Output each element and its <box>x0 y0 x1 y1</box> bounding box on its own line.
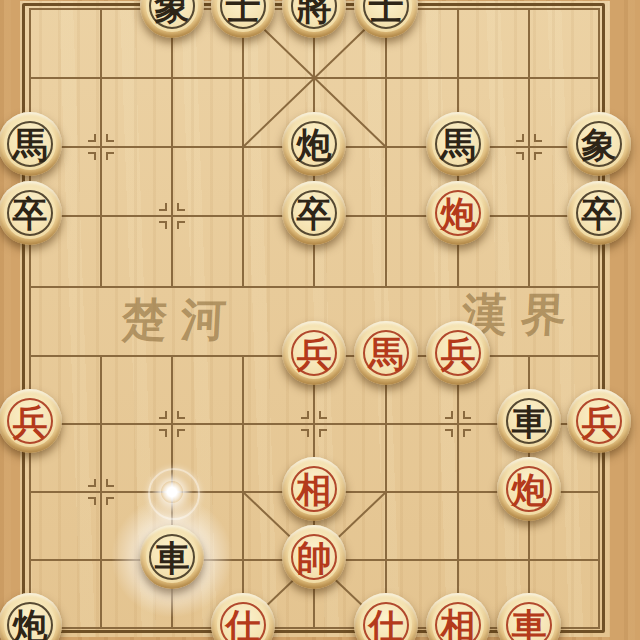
piece-red-cannon[interactable]: 炮 <box>426 181 490 245</box>
star-point-marker <box>106 479 114 487</box>
piece-glyph: 車 <box>497 593 561 640</box>
piece-red-soldier[interactable]: 兵 <box>0 389 62 453</box>
piece-red-cannon[interactable]: 炮 <box>497 457 561 521</box>
star-point-marker <box>88 134 96 142</box>
grid-vline <box>385 9 387 287</box>
star-point-marker <box>106 497 114 505</box>
piece-black-cannon[interactable]: 炮 <box>282 112 346 176</box>
river-label-left: 楚河 <box>121 297 241 342</box>
star-point-marker <box>177 221 185 229</box>
star-point-marker <box>177 429 185 437</box>
piece-glyph: 車 <box>497 389 561 453</box>
piece-black-soldier[interactable]: 卒 <box>0 181 62 245</box>
piece-glyph: 士 <box>354 0 418 38</box>
piece-glyph: 將 <box>282 0 346 38</box>
piece-black-soldier[interactable]: 卒 <box>567 181 631 245</box>
star-point-marker <box>445 411 453 419</box>
piece-black-chariot[interactable]: 車 <box>497 389 561 453</box>
grid-vline <box>457 356 459 628</box>
star-point-marker <box>534 134 542 142</box>
piece-glyph: 炮 <box>282 112 346 176</box>
piece-glyph: 馬 <box>354 321 418 385</box>
star-point-marker <box>516 134 524 142</box>
piece-red-soldier[interactable]: 兵 <box>426 321 490 385</box>
piece-glyph: 相 <box>426 593 490 640</box>
star-point-marker <box>88 479 96 487</box>
piece-glyph: 兵 <box>282 321 346 385</box>
piece-glyph: 炮 <box>497 457 561 521</box>
piece-black-horse[interactable]: 馬 <box>0 112 62 176</box>
star-point-marker <box>159 411 167 419</box>
piece-glyph: 炮 <box>426 181 490 245</box>
star-point-marker <box>516 152 524 160</box>
piece-red-advisor[interactable]: 仕 <box>354 593 418 640</box>
piece-glyph: 馬 <box>0 112 62 176</box>
piece-black-advisor[interactable]: 士 <box>211 0 275 38</box>
piece-red-chariot[interactable]: 車 <box>497 593 561 640</box>
star-point-marker <box>159 429 167 437</box>
star-point-marker <box>301 429 309 437</box>
piece-glyph: 象 <box>567 112 631 176</box>
star-point-marker <box>106 134 114 142</box>
star-point-marker <box>177 411 185 419</box>
sparkle-part <box>161 481 183 503</box>
star-point-marker <box>445 429 453 437</box>
piece-black-cannon[interactable]: 炮 <box>0 593 62 640</box>
piece-red-general[interactable]: 帥 <box>282 525 346 589</box>
grid-vline <box>528 9 530 287</box>
piece-glyph: 兵 <box>567 389 631 453</box>
piece-glyph: 相 <box>282 457 346 521</box>
piece-black-elephant[interactable]: 象 <box>567 112 631 176</box>
grid-vline <box>598 9 600 628</box>
star-point-marker <box>88 152 96 160</box>
star-point-marker <box>301 411 309 419</box>
piece-black-advisor[interactable]: 士 <box>354 0 418 38</box>
star-point-marker <box>319 429 327 437</box>
star-point-marker <box>463 429 471 437</box>
grid-vline <box>29 9 31 628</box>
piece-glyph: 卒 <box>0 181 62 245</box>
piece-glyph: 兵 <box>0 389 62 453</box>
star-point-marker <box>463 411 471 419</box>
piece-red-advisor[interactable]: 仕 <box>211 593 275 640</box>
piece-black-chariot[interactable]: 車 <box>140 525 204 589</box>
piece-black-soldier[interactable]: 卒 <box>282 181 346 245</box>
piece-red-elephant[interactable]: 相 <box>282 457 346 521</box>
grid-vline <box>100 9 102 287</box>
star-point-marker <box>106 152 114 160</box>
star-point-marker <box>177 203 185 211</box>
grid-vline <box>171 9 173 287</box>
piece-red-horse[interactable]: 馬 <box>354 321 418 385</box>
piece-glyph: 仕 <box>354 593 418 640</box>
xiangqi-board[interactable]: 楚河 漢界 象士將士馬炮馬象卒卒炮卒兵馬兵兵車兵相炮車帥炮仕仕相車 <box>0 0 640 640</box>
star-point-marker <box>319 411 327 419</box>
piece-glyph: 炮 <box>0 593 62 640</box>
piece-glyph: 兵 <box>426 321 490 385</box>
piece-glyph: 馬 <box>426 112 490 176</box>
star-point-marker <box>159 221 167 229</box>
piece-glyph: 士 <box>211 0 275 38</box>
piece-glyph: 卒 <box>282 181 346 245</box>
piece-glyph: 仕 <box>211 593 275 640</box>
star-point-marker <box>534 152 542 160</box>
piece-glyph: 帥 <box>282 525 346 589</box>
piece-black-horse[interactable]: 馬 <box>426 112 490 176</box>
grid-vline <box>100 356 102 628</box>
star-point-marker <box>159 203 167 211</box>
piece-black-general[interactable]: 將 <box>282 0 346 38</box>
piece-glyph: 車 <box>140 525 204 589</box>
piece-glyph: 卒 <box>567 181 631 245</box>
piece-red-elephant[interactable]: 相 <box>426 593 490 640</box>
piece-glyph: 象 <box>140 0 204 38</box>
piece-red-soldier[interactable]: 兵 <box>282 321 346 385</box>
piece-red-soldier[interactable]: 兵 <box>567 389 631 453</box>
piece-black-elephant[interactable]: 象 <box>140 0 204 38</box>
star-point-marker <box>88 497 96 505</box>
